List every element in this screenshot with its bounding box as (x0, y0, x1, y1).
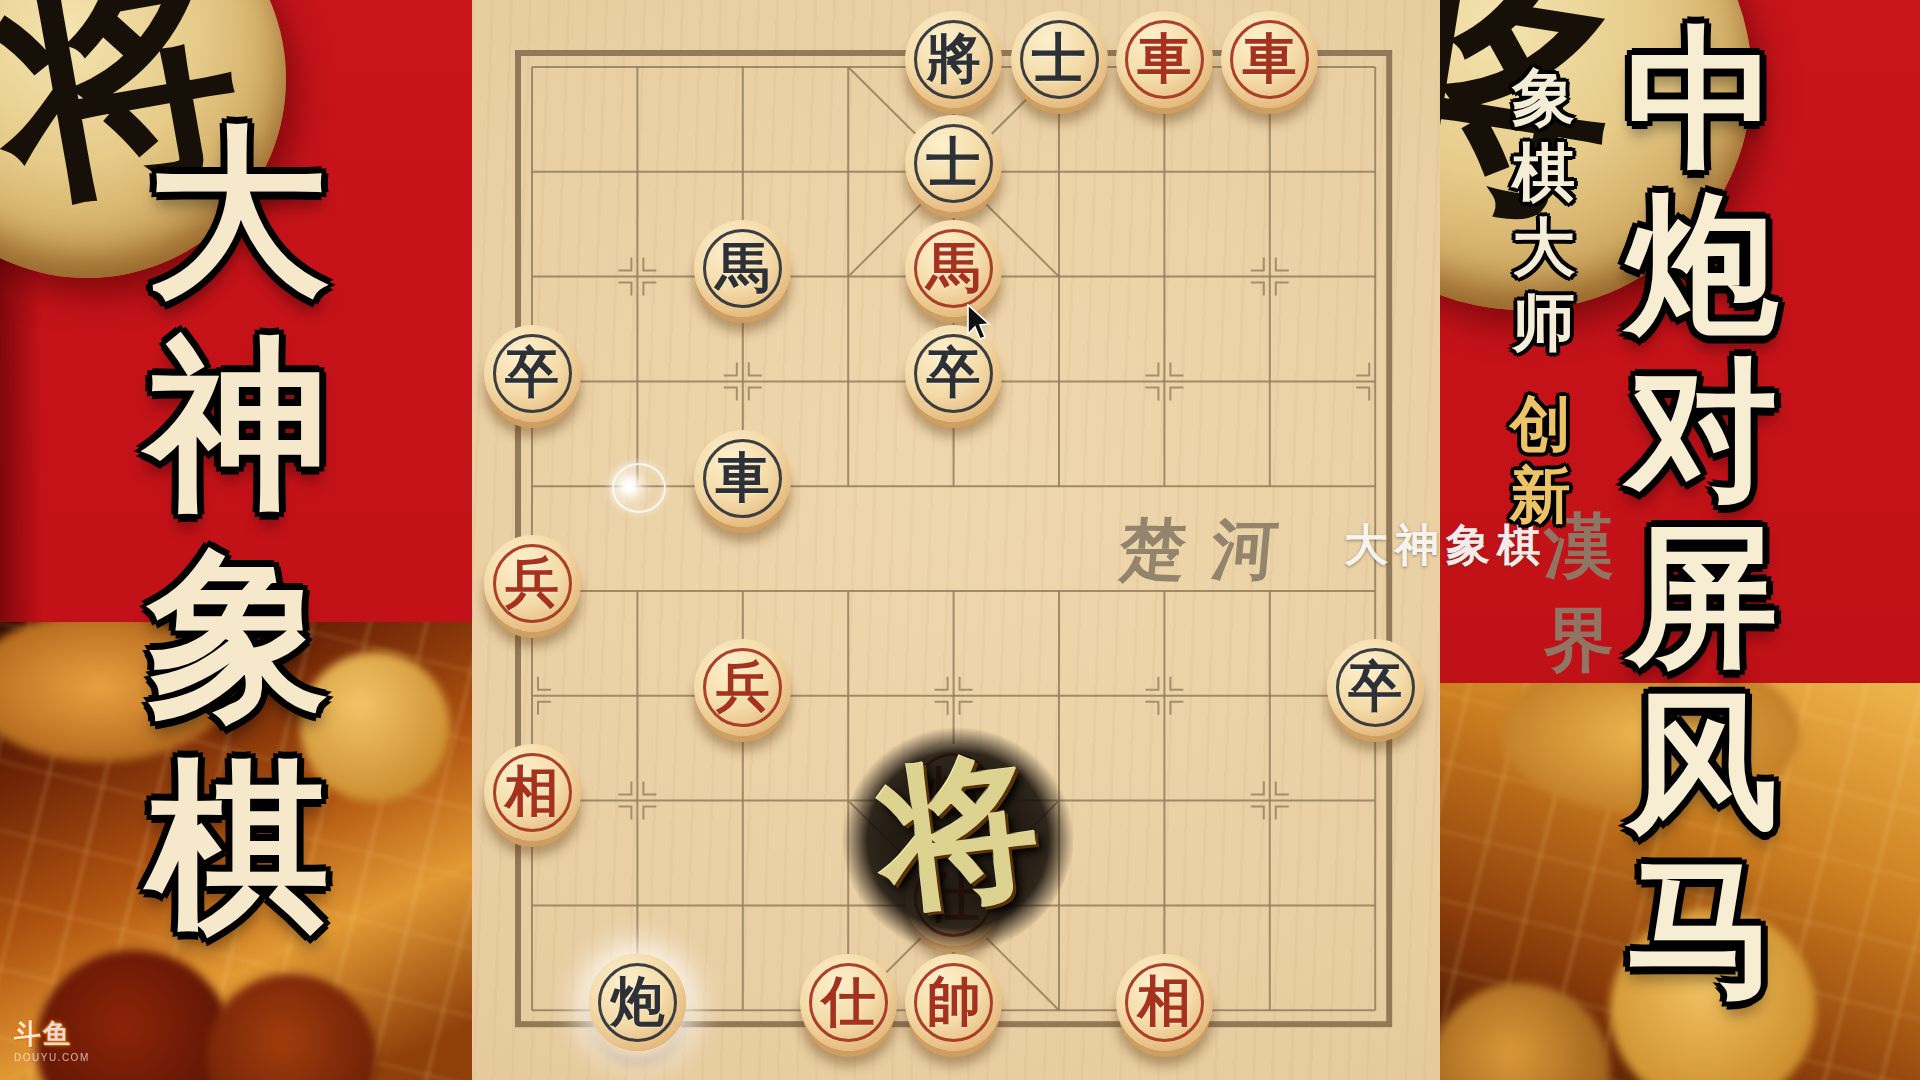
right-banner-title: 中炮对屏风马 (1626, 22, 1778, 1004)
piece-glyph: 車 (1116, 11, 1213, 108)
piece-glyph: 馬 (694, 220, 791, 317)
piece-glyph: 車 (1221, 11, 1318, 108)
piece-glyph: 馬 (905, 220, 1002, 317)
left-banner-title: 大神象棋 (147, 122, 329, 937)
title-character: 象 (147, 544, 329, 726)
piece-red-相[interactable]: 相 (484, 744, 581, 841)
title-character: 棋 (147, 755, 329, 937)
piece-black-馬[interactable]: 馬 (694, 220, 791, 317)
title-character: 师 (1512, 291, 1575, 354)
douyu-url-text: DOUYU.COM (14, 1052, 90, 1063)
right-banner-tagline: 创新 (1510, 394, 1571, 526)
piece-glyph: 卒 (1327, 639, 1424, 736)
piece-red-兵[interactable]: 兵 (484, 535, 581, 632)
piece-glyph: 卒 (484, 325, 581, 422)
piece-glyph: 相 (484, 744, 581, 841)
left-banner: 将 大神象棋 斗鱼 DOUYU.COM (0, 0, 472, 1080)
piece-glyph: 兵 (484, 535, 581, 632)
logo-character: 将 (868, 718, 1051, 949)
piece-black-炮[interactable]: 炮 (589, 954, 686, 1051)
title-character: 炮 (1626, 188, 1778, 340)
piece-black-卒[interactable]: 卒 (1327, 639, 1424, 736)
piece-glyph: 帥 (905, 954, 1002, 1051)
piece-glyph: 仕 (800, 954, 897, 1051)
title-character: 棋 (1512, 141, 1575, 204)
piece-red-車[interactable]: 車 (1116, 11, 1213, 108)
title-character: 对 (1626, 354, 1778, 506)
douyu-watermark: 斗鱼 DOUYU.COM (14, 1016, 90, 1063)
piece-red-兵[interactable]: 兵 (694, 639, 791, 736)
piece-black-車[interactable]: 車 (694, 430, 791, 527)
piece-black-將[interactable]: 將 (905, 11, 1002, 108)
piece-glyph: 士 (1011, 11, 1108, 108)
title-character: 神 (147, 333, 329, 515)
title-character: 大 (147, 122, 329, 304)
piece-glyph: 士 (905, 115, 1002, 212)
piece-black-士[interactable]: 士 (905, 115, 1002, 212)
piece-glyph: 將 (905, 11, 1002, 108)
piece-glyph: 相 (1116, 954, 1213, 1051)
title-character: 新 (1510, 465, 1571, 526)
piece-red-帥[interactable]: 帥 (905, 954, 1002, 1051)
piece-black-士[interactable]: 士 (1011, 11, 1108, 108)
piece-glyph: 兵 (694, 639, 791, 736)
title-character: 屏 (1626, 520, 1778, 672)
title-character: 马 (1626, 852, 1778, 1004)
title-character: 大 (1512, 216, 1575, 279)
stream-frame: 楚河 漢界 大神象棋 將士車車士馬馬卒卒車兵兵卒炮相仕炮仕帥相 将 将 大神象棋… (0, 0, 1920, 1080)
douyu-logo-text: 斗鱼 (14, 1016, 90, 1052)
piece-glyph: 車 (694, 430, 791, 527)
piece-red-相[interactable]: 相 (1116, 954, 1213, 1051)
title-character: 创 (1510, 394, 1571, 455)
title-character: 象 (1512, 66, 1575, 129)
title-character: 中 (1626, 22, 1778, 174)
right-banner-subtitle: 象棋大师 (1512, 66, 1575, 354)
piece-red-車[interactable]: 車 (1221, 11, 1318, 108)
piece-black-卒[interactable]: 卒 (484, 325, 581, 422)
piece-red-仕[interactable]: 仕 (800, 954, 897, 1051)
channel-logo-stamp: 将 (842, 727, 1074, 953)
mouse-cursor-icon (966, 304, 1000, 344)
piece-glyph: 炮 (589, 954, 686, 1051)
river-label-left: 楚河 (1116, 505, 1308, 595)
piece-red-馬[interactable]: 馬 (905, 220, 1002, 317)
title-character: 风 (1626, 686, 1778, 838)
